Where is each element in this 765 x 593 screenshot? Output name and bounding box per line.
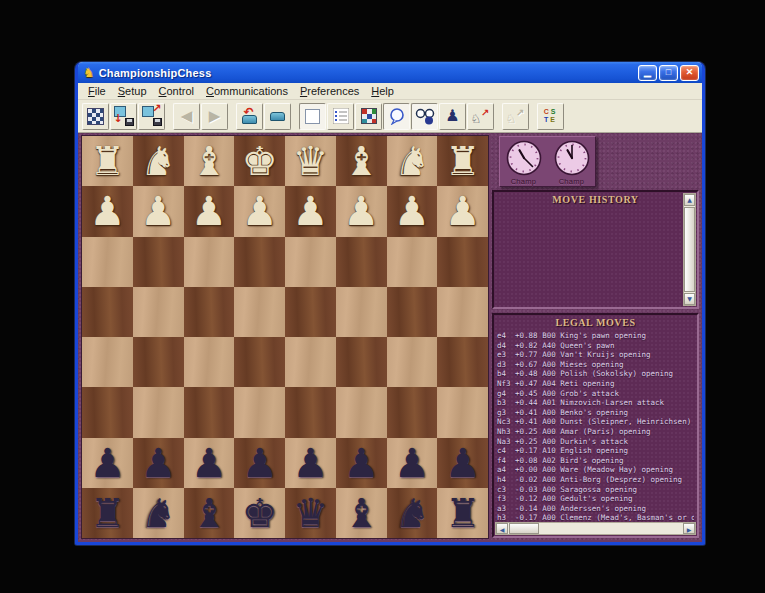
legal-moves-scrollbar[interactable]: ◀ ▶ [495, 522, 696, 535]
black-pawn[interactable]: ♟ [184, 438, 235, 488]
black-pawn[interactable]: ♟ [82, 438, 133, 488]
legal-move-row[interactable]: Nh3 +0.25 A00 Amar (Paris) opening [497, 427, 694, 437]
chess-board: ♜♞♝♚♛♝♞♜♟♟♟♟♟♟♟♟♟♟♟♟♟♟♟♟♜♞♝♚♛♝♞♜ [81, 135, 489, 539]
square-f8[interactable]: ♝ [184, 488, 235, 538]
square-b3[interactable] [387, 237, 438, 287]
arrow-right-icon: ▶ [209, 109, 221, 124]
square-h1[interactable]: ♜ [82, 136, 133, 186]
square-a2[interactable]: ♟ [437, 186, 488, 236]
square-h3[interactable] [82, 237, 133, 287]
square-f3[interactable] [184, 237, 235, 287]
legal-move-row[interactable]: c4 +0.17 A10 English opening [497, 446, 694, 456]
new-board-button[interactable] [82, 103, 109, 130]
white-pawn[interactable]: ♟ [234, 186, 285, 236]
white-pawn[interactable]: ♟ [336, 186, 387, 236]
square-f5[interactable] [184, 337, 235, 387]
legal-move-row[interactable]: e3 +0.77 A00 Van't Kruijs opening [497, 350, 694, 360]
square-b7[interactable]: ♟ [387, 438, 438, 488]
legal-move-row[interactable]: Nf3 +0.47 A04 Reti opening [497, 379, 694, 389]
square-a6[interactable] [437, 387, 488, 437]
square-f4[interactable] [184, 287, 235, 337]
square-e7[interactable]: ♟ [234, 438, 285, 488]
white-rook[interactable]: ♜ [437, 136, 488, 186]
menu-bar: File Setup Control Communications Prefer… [78, 83, 702, 100]
clock-face-icon [506, 140, 542, 176]
square-f6[interactable] [184, 387, 235, 437]
cste-button[interactable]: CSTE [537, 103, 564, 130]
legal-move-row[interactable]: b3 +0.44 A01 Nimzovich-Larsen attack [497, 398, 694, 408]
legal-move-row[interactable]: b4 +0.48 A00 Polish (Sokolsky) opening [497, 369, 694, 379]
piece-red-arrow-icon: ♘ ↗ [471, 106, 491, 126]
square-c3[interactable] [336, 237, 387, 287]
black-pawn[interactable]: ♟ [234, 438, 285, 488]
black-pawn[interactable]: ♟ [285, 438, 336, 488]
square-d2[interactable]: ♟ [285, 186, 336, 236]
legal-move-row[interactable]: h3 -0.17 A00 Clemenz (Mead's, Basman's o… [497, 513, 694, 521]
square-d6[interactable] [285, 387, 336, 437]
square-g5[interactable] [133, 337, 184, 387]
move-list-button[interactable] [327, 103, 354, 130]
step-back-button[interactable]: ◀ [173, 103, 200, 130]
black-queen[interactable]: ♛ [285, 488, 336, 538]
chess-piece-icon: ♟ [445, 108, 459, 124]
square-e3[interactable] [234, 237, 285, 287]
black-pawn[interactable]: ♟ [387, 438, 438, 488]
legal-move-row[interactable]: a3 -0.14 A00 Anderssen's opening [497, 504, 694, 514]
legal-move-row[interactable]: g3 +0.41 A00 Benko's opening [497, 408, 694, 418]
white-clock: Champ [505, 140, 543, 186]
white-pawn[interactable]: ♟ [285, 186, 336, 236]
save-game-button[interactable]: ↓ [110, 103, 137, 130]
square-f1[interactable]: ♝ [184, 136, 235, 186]
square-d1[interactable]: ♛ [285, 136, 336, 186]
square-b2[interactable]: ♟ [387, 186, 438, 236]
square-h4[interactable] [82, 287, 133, 337]
move-history-title: MOVE HISTORY [494, 192, 697, 205]
square-a4[interactable] [437, 287, 488, 337]
toolbar: ↓ ↗ ◀ ▶ ↶ [78, 100, 702, 133]
checkerboard-icon [87, 108, 104, 125]
square-h7[interactable]: ♟ [82, 438, 133, 488]
legal-move-row[interactable]: Na3 +0.25 A00 Durkin's attack [497, 437, 694, 447]
white-rook[interactable]: ♜ [82, 136, 133, 186]
square-e2[interactable]: ♟ [234, 186, 285, 236]
eyes-button[interactable] [411, 103, 438, 130]
white-clock-label: Champ [511, 177, 537, 186]
square-e6[interactable] [234, 387, 285, 437]
square-d8[interactable]: ♛ [285, 488, 336, 538]
window-title: ChampionshipChess [99, 67, 636, 79]
square-g2[interactable]: ♟ [133, 186, 184, 236]
square-f7[interactable]: ♟ [184, 438, 235, 488]
disk-to-board-icon: ↗ [142, 106, 162, 126]
square-h5[interactable] [82, 337, 133, 387]
legal-move-row[interactable]: g4 +0.45 A00 Grob's attack [497, 389, 694, 399]
scroll-down-icon[interactable]: ▼ [684, 293, 695, 305]
square-c2[interactable]: ♟ [336, 186, 387, 236]
black-pawn[interactable]: ♟ [437, 438, 488, 488]
white-pawn[interactable]: ♟ [133, 186, 184, 236]
clock-face-icon [554, 140, 590, 176]
square-g8[interactable]: ♞ [133, 488, 184, 538]
legal-move-row[interactable]: d4 +0.82 A40 Queen's pawn [497, 341, 694, 351]
app-window: ♞ ChampionshipChess ▁ □ ✕ File Setup Con… [75, 62, 705, 545]
app-icon: ♞ [83, 66, 95, 79]
black-knight[interactable]: ♞ [133, 488, 184, 538]
scroll-left-icon[interactable]: ◀ [496, 523, 508, 534]
close-button[interactable]: ✕ [680, 65, 699, 81]
black-king[interactable]: ♚ [234, 488, 285, 538]
white-pawn[interactable]: ♟ [387, 186, 438, 236]
move-now-button[interactable]: ♘ ↗ [467, 103, 494, 130]
white-pawn[interactable]: ♟ [437, 186, 488, 236]
menu-preferences[interactable]: Preferences [294, 84, 365, 98]
square-e1[interactable]: ♚ [234, 136, 285, 186]
legal-move-row[interactable]: c3 -0.03 A00 Saragossa opening [497, 485, 694, 495]
piece-gray-arrow-icon: ♘ ↗ [506, 106, 526, 126]
square-a3[interactable] [437, 237, 488, 287]
menu-setup[interactable]: Setup [112, 84, 153, 98]
legal-moves-list[interactable]: e4 +0.88 B00 King's pawn openingd4 +0.82… [497, 331, 694, 521]
square-h8[interactable]: ♜ [82, 488, 133, 538]
legal-move-row[interactable]: e4 +0.88 B00 King's pawn opening [497, 331, 694, 341]
square-g7[interactable]: ♟ [133, 438, 184, 488]
menu-file[interactable]: File [82, 84, 112, 98]
scroll-right-icon[interactable]: ▶ [683, 523, 695, 534]
black-pawn[interactable]: ♟ [336, 438, 387, 488]
legal-move-row[interactable]: f4 +0.08 A02 Bird's opening [497, 456, 694, 466]
square-b4[interactable] [387, 287, 438, 337]
white-pawn[interactable]: ♟ [82, 186, 133, 236]
legal-move-row[interactable]: a4 +0.00 A00 Ware (Meadow Hay) opening [497, 465, 694, 475]
square-d5[interactable] [285, 337, 336, 387]
list-icon [333, 108, 349, 124]
colored-board-button[interactable] [355, 103, 382, 130]
title-bar[interactable]: ♞ ChampionshipChess ▁ □ ✕ [78, 62, 702, 83]
legal-move-row[interactable]: f3 -0.12 A00 Gedult's opening [497, 494, 694, 504]
black-rook[interactable]: ♜ [82, 488, 133, 538]
black-bishop[interactable]: ♝ [184, 488, 235, 538]
maximize-button[interactable]: □ [659, 65, 678, 81]
minimize-button[interactable]: ▁ [638, 65, 657, 81]
white-queen[interactable]: ♛ [285, 136, 336, 186]
scrollbar-thumb[interactable] [509, 523, 539, 534]
scrollbar-thumb[interactable] [684, 207, 695, 292]
square-h6[interactable] [82, 387, 133, 437]
square-c1[interactable]: ♝ [336, 136, 387, 186]
black-pawn[interactable]: ♟ [133, 438, 184, 488]
white-knight[interactable]: ♞ [387, 136, 438, 186]
dial-button[interactable] [264, 103, 291, 130]
phone-icon [270, 112, 285, 121]
legal-moves-title: LEGAL MOVES [494, 315, 697, 328]
balloon-help-button[interactable] [383, 103, 410, 130]
eyes-icon [415, 108, 435, 125]
square-d4[interactable] [285, 287, 336, 337]
square-e4[interactable] [234, 287, 285, 337]
square-g1[interactable]: ♞ [133, 136, 184, 186]
black-bishop[interactable]: ♝ [336, 488, 387, 538]
square-b5[interactable] [387, 337, 438, 387]
legal-move-row[interactable]: Nc3 +0.41 A00 Dunst (Sleipner, Heinrichs… [497, 417, 694, 427]
square-d7[interactable]: ♟ [285, 438, 336, 488]
square-a1[interactable]: ♜ [437, 136, 488, 186]
phone-hangup-icon: ↶ [240, 106, 260, 126]
board-to-disk-icon: ↓ [114, 106, 134, 126]
square-c5[interactable] [336, 337, 387, 387]
white-pawn[interactable]: ♟ [184, 186, 235, 236]
move-history-scrollbar[interactable]: ▲ ▼ [683, 193, 696, 306]
legal-move-row[interactable]: d3 +0.67 A00 Mieses opening [497, 360, 694, 370]
square-b1[interactable]: ♞ [387, 136, 438, 186]
step-forward-button[interactable]: ▶ [201, 103, 228, 130]
square-g6[interactable] [133, 387, 184, 437]
square-g3[interactable] [133, 237, 184, 287]
white-bishop[interactable]: ♝ [336, 136, 387, 186]
menu-help[interactable]: Help [365, 84, 400, 98]
square-e8[interactable]: ♚ [234, 488, 285, 538]
load-game-button[interactable]: ↗ [138, 103, 165, 130]
square-h2[interactable]: ♟ [82, 186, 133, 236]
balloon-icon [388, 107, 406, 125]
desktop-background: ♞ ChampionshipChess ▁ □ ✕ File Setup Con… [0, 0, 765, 593]
piece-set-button[interactable]: ♟ [439, 103, 466, 130]
legal-moves-panel: LEGAL MOVES e4 +0.88 B00 King's pawn ope… [492, 313, 699, 538]
cste-letters-icon: CSTE [544, 108, 558, 124]
black-rook[interactable]: ♜ [437, 488, 488, 538]
client-area: ♜♞♝♚♛♝♞♜♟♟♟♟♟♟♟♟♟♟♟♟♟♟♟♟♜♞♝♚♛♝♞♜ Champ [78, 133, 702, 542]
clock-panel: Champ Champ [499, 136, 596, 187]
white-knight[interactable]: ♞ [133, 136, 184, 186]
colored-board-icon [361, 108, 377, 124]
move-history-list[interactable] [498, 208, 679, 303]
square-a5[interactable] [437, 337, 488, 387]
square-d3[interactable] [285, 237, 336, 287]
white-bishop[interactable]: ♝ [184, 136, 235, 186]
square-c6[interactable] [336, 387, 387, 437]
square-a8[interactable]: ♜ [437, 488, 488, 538]
square-e5[interactable] [234, 337, 285, 387]
legal-move-row[interactable]: h4 -0.02 A00 Anti-Borg (Desprez) opening [497, 475, 694, 485]
black-clock-label: Champ [559, 177, 585, 186]
move-history-panel: MOVE HISTORY ▲ ▼ [492, 190, 699, 309]
hang-up-button[interactable]: ↶ [236, 103, 263, 130]
square-a7[interactable]: ♟ [437, 438, 488, 488]
white-king[interactable]: ♚ [234, 136, 285, 186]
scroll-up-icon[interactable]: ▲ [684, 194, 695, 206]
square-c8[interactable]: ♝ [336, 488, 387, 538]
menu-control[interactable]: Control [153, 84, 200, 98]
menu-communications[interactable]: Communications [200, 84, 294, 98]
black-clock: Champ [553, 140, 591, 186]
black-knight[interactable]: ♞ [387, 488, 438, 538]
plain-board-button[interactable] [299, 103, 326, 130]
square-b8[interactable]: ♞ [387, 488, 438, 538]
square-c4[interactable] [336, 287, 387, 337]
square-b6[interactable] [387, 387, 438, 437]
square-c7[interactable]: ♟ [336, 438, 387, 488]
square-f2[interactable]: ♟ [184, 186, 235, 236]
arrow-left-icon: ◀ [181, 109, 193, 124]
square-g4[interactable] [133, 287, 184, 337]
hint-button[interactable]: ♘ ↗ [502, 103, 529, 130]
blank-board-icon [305, 109, 320, 124]
